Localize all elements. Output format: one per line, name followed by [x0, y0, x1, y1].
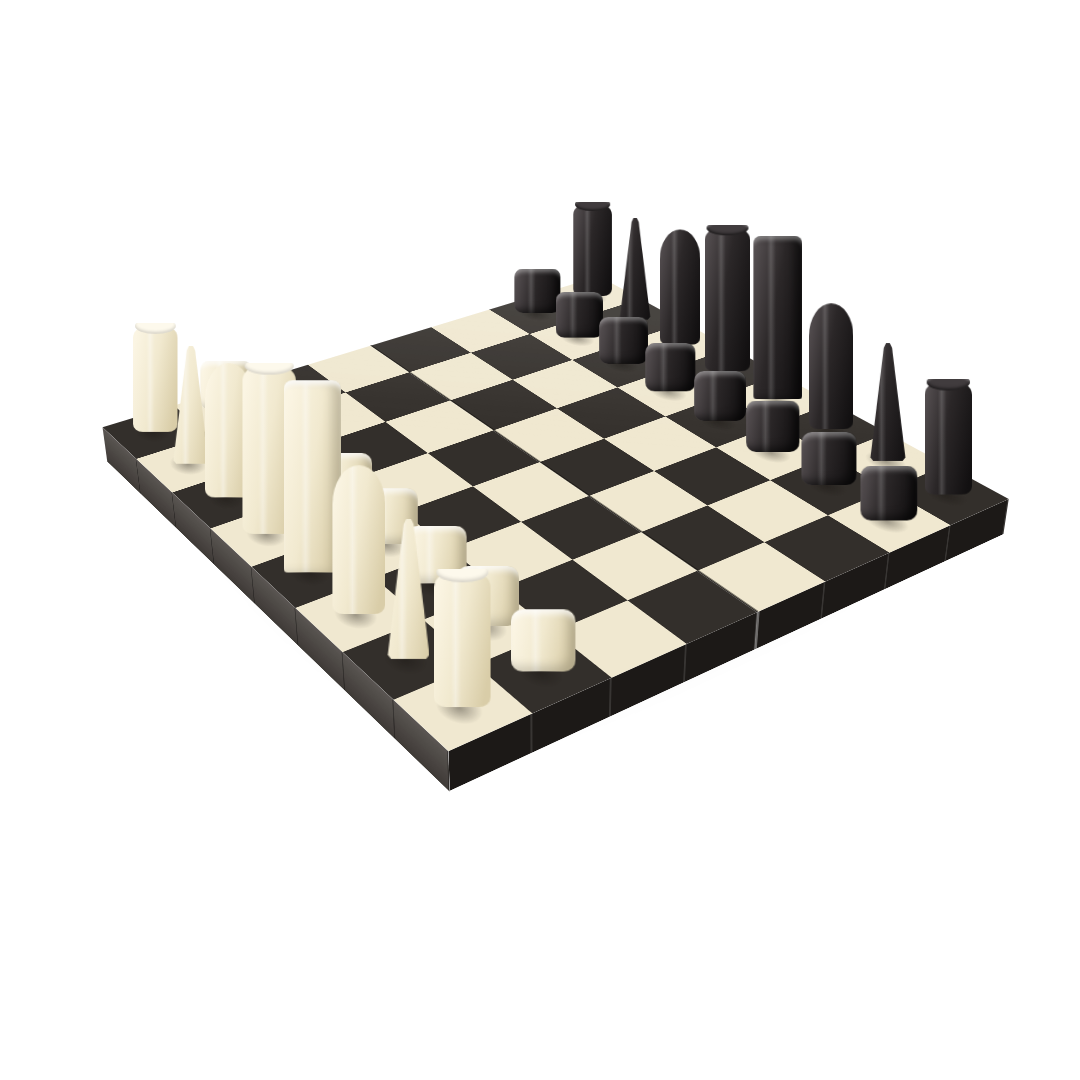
white-rook-h1[interactable]	[434, 568, 491, 706]
black-pawn-f7[interactable]	[746, 400, 799, 451]
black-pawn-d7[interactable]	[645, 343, 695, 391]
black-king-e8[interactable]	[753, 236, 802, 399]
chess-board	[103, 276, 1009, 751]
black-rook-h8[interactable]	[925, 379, 972, 494]
black-pawn-b7[interactable]	[556, 292, 604, 338]
white-pawn-h2[interactable]	[511, 609, 576, 671]
black-pawn-c7[interactable]	[599, 317, 648, 364]
white-rook-a1[interactable]	[133, 323, 178, 432]
scene	[0, 0, 1080, 1080]
black-pawn-h7[interactable]	[860, 465, 917, 520]
white-bishop-f1[interactable]	[333, 465, 386, 614]
black-rook-a8[interactable]	[573, 202, 612, 296]
black-queen-d8[interactable]	[705, 225, 751, 371]
black-bishop-c8[interactable]	[660, 229, 701, 344]
black-pawn-a7[interactable]	[514, 268, 560, 313]
black-pawn-g7[interactable]	[801, 432, 856, 485]
product-photo-stage	[0, 0, 1080, 1080]
black-bishop-f8[interactable]	[809, 303, 854, 429]
black-pawn-e7[interactable]	[694, 371, 746, 421]
